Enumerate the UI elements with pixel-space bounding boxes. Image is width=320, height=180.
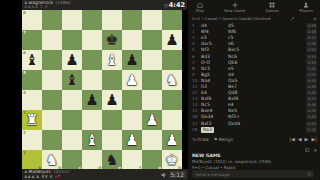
- move-time: 4:44: [306, 114, 317, 120]
- move-time: 4:43: [306, 121, 317, 127]
- rank-coordinate-8: 8: [23, 11, 26, 15]
- white-b-piece-e6: ♝: [102, 50, 122, 70]
- square-a7[interactable]: 7: [22, 30, 42, 50]
- current-move[interactable]: Ra3: [201, 127, 214, 133]
- square-b4[interactable]: [42, 90, 62, 110]
- rank-coordinate-6: 6: [23, 51, 26, 55]
- move-number: 17: [192, 121, 201, 127]
- clock-icon: ◷: [164, 3, 168, 8]
- square-c8[interactable]: [62, 10, 82, 30]
- move-time: 5:12: [306, 127, 317, 133]
- move-number: 3: [192, 35, 201, 41]
- square-h2[interactable]: ♟: [162, 130, 182, 150]
- white-n-piece-h5: ♞: [162, 70, 182, 90]
- white-p-piece-h2: ♟: [162, 130, 182, 150]
- draw-icon: ½: [192, 137, 196, 142]
- opening-name: 5+0 • Casual • Queen's Gambit Declined: [192, 16, 271, 21]
- square-e8[interactable]: [102, 10, 122, 30]
- square-e3[interactable]: [102, 110, 122, 130]
- move-time: 4:58: [306, 29, 317, 35]
- white-p-piece-f5: ♟: [122, 70, 142, 90]
- rank-coordinate-5: 5: [23, 71, 26, 75]
- square-h7[interactable]: ♟: [162, 30, 182, 50]
- square-b8[interactable]: [42, 10, 62, 30]
- nav-prev-button[interactable]: ◀: [298, 136, 302, 142]
- move-time: 4:54: [306, 54, 317, 60]
- black-p-piece-e4: ♟: [102, 90, 122, 110]
- nav-item-players[interactable]: Players: [299, 2, 313, 13]
- black-move[interactable]: d5: [228, 23, 255, 29]
- square-c1[interactable]: c: [62, 150, 82, 170]
- move-time: 4:51: [306, 72, 317, 78]
- white-move[interactable]: Qxd4: [201, 114, 228, 120]
- square-f3[interactable]: [122, 110, 142, 130]
- square-d1[interactable]: d: [82, 150, 102, 170]
- rank-coordinate-7: 7: [23, 31, 26, 35]
- black-p-piece-c6: ♟: [62, 50, 82, 70]
- white-p-piece-f2: ♟: [122, 130, 142, 150]
- square-f8[interactable]: [122, 10, 142, 30]
- white-move[interactable]: Nf3: [201, 47, 228, 53]
- square-g8[interactable]: [142, 10, 162, 30]
- square-f1[interactable]: f: [122, 150, 142, 170]
- square-a3[interactable]: ♜3: [22, 110, 42, 130]
- chess-board[interactable]: 87♚♟♝6♟♝♟5♝♟♞4♟♟♜3♟2♝♟♟1a♞bcd♞efg♚h: [22, 10, 182, 170]
- settings-icon[interactable]: [313, 148, 318, 153]
- square-g1[interactable]: g: [142, 150, 162, 170]
- move-number: 1: [192, 23, 201, 29]
- bottom-player-bar: ♟MatBoyd1 (1512) ♟♟♟ ♞ ♜♜ ♛ +7 5:12: [22, 169, 188, 180]
- move-number: 15: [192, 108, 201, 114]
- square-g4[interactable]: [142, 90, 162, 110]
- white-move[interactable]: b4: [201, 90, 228, 96]
- move-number: 7: [192, 60, 201, 66]
- nav-item-play[interactable]: Play: [196, 2, 204, 13]
- opening-line: 5+0 • Casual • Queen's Gambit Declined: [192, 15, 317, 22]
- square-f7[interactable]: [122, 30, 142, 50]
- square-d5[interactable]: [82, 70, 102, 90]
- move-time: 4:55: [306, 47, 317, 53]
- black-b-piece-c5: ♝: [62, 70, 82, 90]
- square-e6[interactable]: ♝: [102, 50, 122, 70]
- sidebar: Play New Game Games Players 5+0 • Casual…: [188, 0, 320, 180]
- white-b-piece-d2: ♝: [82, 130, 102, 150]
- black-k-piece-e7: ♚: [102, 30, 122, 50]
- move-time: 4:52: [306, 66, 317, 72]
- square-e1[interactable]: ♞e: [102, 150, 122, 170]
- nav-last-button[interactable]: ▶|: [311, 136, 317, 142]
- square-a2[interactable]: 2: [22, 130, 42, 150]
- move-row-18: 18Ra35:12: [192, 127, 317, 133]
- move-number: 5: [192, 47, 201, 53]
- black-move[interactable]: e6: [228, 41, 255, 47]
- flag-icon: ⚑: [214, 137, 218, 142]
- rank-coordinate-1: 1: [23, 151, 26, 155]
- square-c2[interactable]: [62, 130, 82, 150]
- square-g2[interactable]: [142, 130, 162, 150]
- white-move[interactable]: Na4: [201, 78, 228, 84]
- black-move[interactable]: Ne5: [228, 108, 255, 114]
- black-move[interactable]: Qxd4: [228, 121, 255, 127]
- move-number: 9: [192, 72, 201, 78]
- square-h6[interactable]: [162, 50, 182, 70]
- white-move[interactable]: Bd3: [201, 54, 228, 60]
- square-a4[interactable]: 4: [22, 90, 42, 110]
- move-time: 4:50: [306, 78, 317, 84]
- draw-button[interactable]: ½Draw: [192, 137, 209, 142]
- sound-icon[interactable]: [161, 172, 167, 178]
- black-move[interactable]: d4: [228, 72, 255, 78]
- black-move[interactable]: Qb6: [228, 60, 255, 66]
- square-f6[interactable]: ♟: [122, 50, 142, 70]
- white-move[interactable]: Bxf3: [201, 121, 228, 127]
- black-p-piece-d4: ♟: [82, 90, 102, 110]
- black-move[interactable]: Bxf6: [228, 96, 255, 102]
- app-background: ♟wagnerock (1586) ♙♙♙♙ ♖ ♕ ◷4:42 87♚♟♝6♟…: [0, 0, 320, 180]
- top-player-bar: ♟wagnerock (1586) ♙♙♙♙ ♖ ♕ ◷4:42: [22, 0, 187, 10]
- move-number: 6: [192, 54, 201, 60]
- move-number: 8: [192, 66, 201, 72]
- black-move[interactable]: Nf3+: [228, 114, 255, 120]
- square-a1[interactable]: 1a: [22, 150, 42, 170]
- move-list: 1d4d54:592Bf4Nf64:583e3c54:574dxc5e64:56…: [192, 22, 317, 133]
- square-h1[interactable]: ♚h: [162, 150, 182, 170]
- square-h4[interactable]: [162, 90, 182, 110]
- square-d3[interactable]: [82, 110, 102, 130]
- square-g5[interactable]: [142, 70, 162, 90]
- black-p-piece-h7: ♟: [162, 30, 182, 50]
- square-b6[interactable]: [42, 50, 62, 70]
- black-move[interactable]: c5: [228, 35, 255, 41]
- move-number: 12: [192, 90, 201, 96]
- square-b7[interactable]: [42, 30, 62, 50]
- square-f4[interactable]: [122, 90, 142, 110]
- square-b3[interactable]: [42, 110, 62, 130]
- square-d7[interactable]: [82, 30, 102, 50]
- move-time: 4:47: [306, 96, 317, 102]
- expand-icon[interactable]: [290, 17, 294, 21]
- move-time: 4:45: [306, 108, 317, 114]
- move-number: 10: [192, 78, 201, 84]
- rank-coordinate-3: 3: [23, 111, 26, 115]
- move-number: 18: [192, 127, 201, 133]
- square-b5[interactable]: [42, 70, 62, 90]
- nav-first-button[interactable]: |◀: [289, 136, 295, 142]
- white-move[interactable]: e3: [201, 35, 228, 41]
- chat-settings-icon[interactable]: [307, 172, 312, 177]
- square-d8[interactable]: [82, 10, 102, 30]
- chat-input[interactable]: [195, 172, 295, 177]
- black-move[interactable]: Nc6: [228, 54, 255, 60]
- move-number: 16: [192, 114, 201, 120]
- white-move[interactable]: Bxe4: [201, 108, 228, 114]
- white-move[interactable]: Bf4: [201, 29, 228, 35]
- square-a8[interactable]: 8: [22, 10, 42, 30]
- top-player-captured-pieces: ♙♙♙♙ ♖ ♕: [24, 5, 71, 9]
- black-move[interactable]: Qa5: [228, 78, 255, 84]
- square-h5[interactable]: ♞: [162, 70, 182, 90]
- white-move[interactable]: dxc5: [201, 41, 228, 47]
- white-move[interactable]: h3: [201, 84, 228, 90]
- square-c3[interactable]: [62, 110, 82, 130]
- square-e2[interactable]: [102, 130, 122, 150]
- top-player-rating: (1586): [56, 1, 71, 5]
- bottom-player-clock: 5:12: [169, 171, 186, 178]
- square-e5[interactable]: [102, 70, 122, 90]
- square-d4[interactable]: ♟: [82, 90, 102, 110]
- sidebar-nav: Play New Game Games Players: [192, 1, 317, 15]
- black-move[interactable]: e4: [228, 102, 255, 108]
- resign-button[interactable]: ⚑Resign: [214, 137, 234, 142]
- nav-item-games[interactable]: Games: [266, 2, 279, 13]
- square-c4[interactable]: [62, 90, 82, 110]
- rank-coordinate-2: 2: [23, 131, 26, 135]
- square-f5[interactable]: ♟: [122, 70, 142, 90]
- square-a5[interactable]: 5: [22, 70, 42, 90]
- chat-box: [192, 170, 314, 178]
- white-move[interactable]: d4: [201, 23, 228, 29]
- white-move[interactable]: Nc3: [201, 66, 228, 72]
- square-c7[interactable]: [62, 30, 82, 50]
- square-d2[interactable]: ♝: [82, 130, 102, 150]
- white-move[interactable]: O-O: [201, 60, 228, 66]
- bottom-player-captured-pieces: ♟♟♟ ♞ ♜♜ ♛ +7: [24, 175, 69, 179]
- square-g6[interactable]: [142, 50, 162, 70]
- move-time: 4:56: [306, 41, 317, 47]
- game-meta: NEW GAME MatBoyd1 (1512) vs. wagnerock (…: [192, 148, 317, 170]
- white-p-piece-g3: ♟: [142, 110, 162, 130]
- white-move[interactable]: Bg5: [201, 72, 228, 78]
- nav-item-new-game[interactable]: New Game: [224, 2, 245, 13]
- game-controls: ½Draw ⚑Resign |◀ ◀ ▶ ▶|: [192, 134, 317, 144]
- square-c6[interactable]: ♟: [62, 50, 82, 70]
- move-time: 4:49: [306, 84, 317, 90]
- square-e7[interactable]: ♚: [102, 30, 122, 50]
- square-h8[interactable]: [162, 10, 182, 30]
- square-a6[interactable]: ♝6: [22, 50, 42, 70]
- white-move[interactable]: Bxf6: [201, 96, 228, 102]
- gear-icon[interactable]: [313, 17, 317, 21]
- move-number: 14: [192, 102, 201, 108]
- square-b1[interactable]: ♞b: [42, 150, 62, 170]
- black-move[interactable]: Be7: [228, 84, 255, 90]
- nav-next-button[interactable]: ▶: [305, 136, 309, 142]
- move-time: 4:59: [306, 23, 317, 29]
- message-icon[interactable]: [305, 148, 310, 153]
- move-number: 11: [192, 84, 201, 90]
- square-f2[interactable]: ♟: [122, 130, 142, 150]
- square-h3[interactable]: [162, 110, 182, 130]
- move-number: 2: [192, 29, 201, 35]
- move-number: 4: [192, 41, 201, 47]
- move-number: 13: [192, 96, 201, 102]
- black-move[interactable]: Nf6: [228, 29, 255, 35]
- square-b2[interactable]: [42, 130, 62, 150]
- black-move[interactable]: Qd8: [228, 90, 255, 96]
- black-move[interactable]: e5: [228, 66, 255, 72]
- move-time: 4:46: [306, 102, 317, 108]
- square-d6[interactable]: [82, 50, 102, 70]
- move-time: 4:53: [306, 60, 317, 66]
- move-time: 4:48: [306, 90, 317, 96]
- move-time: 4:57: [306, 35, 317, 41]
- square-g7[interactable]: [142, 30, 162, 50]
- top-player-clock: ◷4:42: [164, 1, 185, 9]
- square-c5[interactable]: ♝: [62, 70, 82, 90]
- square-e4[interactable]: ♟: [102, 90, 122, 110]
- square-g3[interactable]: ♟: [142, 110, 162, 130]
- rank-coordinate-4: 4: [23, 91, 26, 95]
- black-p-piece-f6: ♟: [122, 50, 142, 70]
- material-advantage: +7: [54, 174, 60, 179]
- black-move[interactable]: Bxc5: [228, 47, 255, 53]
- white-move[interactable]: Nc5: [201, 102, 228, 108]
